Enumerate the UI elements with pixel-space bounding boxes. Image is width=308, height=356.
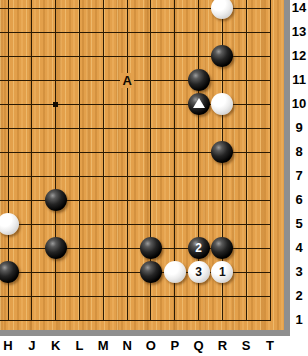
row-label-13: 13 bbox=[290, 24, 308, 40]
stone-white-H5[interactable] bbox=[0, 213, 19, 235]
stone-black-O3[interactable] bbox=[140, 261, 162, 283]
grid-line-row-11 bbox=[0, 80, 271, 81]
col-label-L: L bbox=[70, 338, 88, 354]
stone-black-R12[interactable] bbox=[211, 45, 233, 67]
row-label-6: 6 bbox=[290, 192, 308, 208]
grid-line-row-6 bbox=[0, 200, 271, 201]
row-label-8: 8 bbox=[290, 144, 308, 160]
stone-black-Q4[interactable]: 2 bbox=[188, 237, 210, 259]
stone-black-Q11[interactable] bbox=[188, 69, 210, 91]
row-label-10: 10 bbox=[290, 96, 308, 112]
col-label-Q: Q bbox=[190, 338, 208, 354]
row-label-3: 3 bbox=[290, 264, 308, 280]
stone-black-K6[interactable] bbox=[45, 189, 67, 211]
stone-black-K4[interactable] bbox=[45, 237, 67, 259]
grid-line-col-K bbox=[55, 0, 56, 321]
grid-line-row-2 bbox=[0, 296, 271, 297]
stone-white-Q3[interactable]: 3 bbox=[188, 261, 210, 283]
row-label-12: 12 bbox=[290, 48, 308, 64]
col-label-K: K bbox=[47, 338, 65, 354]
row-label-1: 1 bbox=[290, 312, 308, 328]
move-number-2: 2 bbox=[188, 237, 210, 259]
go-board-screenshot: 231A 1413121110987654321 HJKLMNOPQRST bbox=[0, 0, 308, 356]
grid-line-col-N bbox=[127, 0, 128, 321]
board-edge-strip-bottom bbox=[0, 330, 290, 336]
stone-white-R3[interactable]: 1 bbox=[211, 261, 233, 283]
grid-line-row-13 bbox=[0, 32, 271, 33]
row-label-9: 9 bbox=[290, 120, 308, 136]
row-label-2: 2 bbox=[290, 288, 308, 304]
grid-line-row-9 bbox=[0, 128, 271, 129]
grid-line-row-7 bbox=[0, 176, 271, 177]
row-label-7: 7 bbox=[290, 168, 308, 184]
col-label-T: T bbox=[261, 338, 279, 354]
grid-line-col-M bbox=[103, 0, 104, 321]
move-number-1: 1 bbox=[211, 261, 233, 283]
stone-black-Q10[interactable] bbox=[188, 93, 210, 115]
star-point-K10 bbox=[53, 102, 58, 107]
col-label-J: J bbox=[23, 338, 41, 354]
row-label-14: 14 bbox=[290, 0, 308, 16]
grid-line-col-L bbox=[79, 0, 80, 321]
stone-white-R14[interactable] bbox=[211, 0, 233, 19]
col-label-O: O bbox=[142, 338, 160, 354]
board-letter-A: A bbox=[120, 73, 134, 88]
move-number-3: 3 bbox=[188, 261, 210, 283]
col-label-P: P bbox=[166, 338, 184, 354]
grid-line-row-5 bbox=[0, 224, 271, 225]
grid-line-col-S bbox=[246, 0, 247, 321]
go-board[interactable]: 231A bbox=[0, 0, 284, 330]
col-label-N: N bbox=[118, 338, 136, 354]
stone-black-O4[interactable] bbox=[140, 237, 162, 259]
stone-black-R8[interactable] bbox=[211, 141, 233, 163]
col-label-S: S bbox=[237, 338, 255, 354]
triangle-mark bbox=[193, 98, 205, 108]
stone-white-R10[interactable] bbox=[211, 93, 233, 115]
grid-line-col-T bbox=[270, 0, 271, 321]
row-label-4: 4 bbox=[290, 240, 308, 256]
stone-white-P3[interactable] bbox=[164, 261, 186, 283]
grid-line-col-J bbox=[31, 0, 32, 321]
col-label-R: R bbox=[213, 338, 231, 354]
stone-black-R4[interactable] bbox=[211, 237, 233, 259]
stone-black-H3[interactable] bbox=[0, 261, 19, 283]
grid-line-row-1 bbox=[0, 320, 271, 321]
row-label-11: 11 bbox=[290, 72, 308, 88]
row-label-5: 5 bbox=[290, 216, 308, 232]
col-label-H: H bbox=[0, 338, 17, 354]
col-label-M: M bbox=[94, 338, 112, 354]
